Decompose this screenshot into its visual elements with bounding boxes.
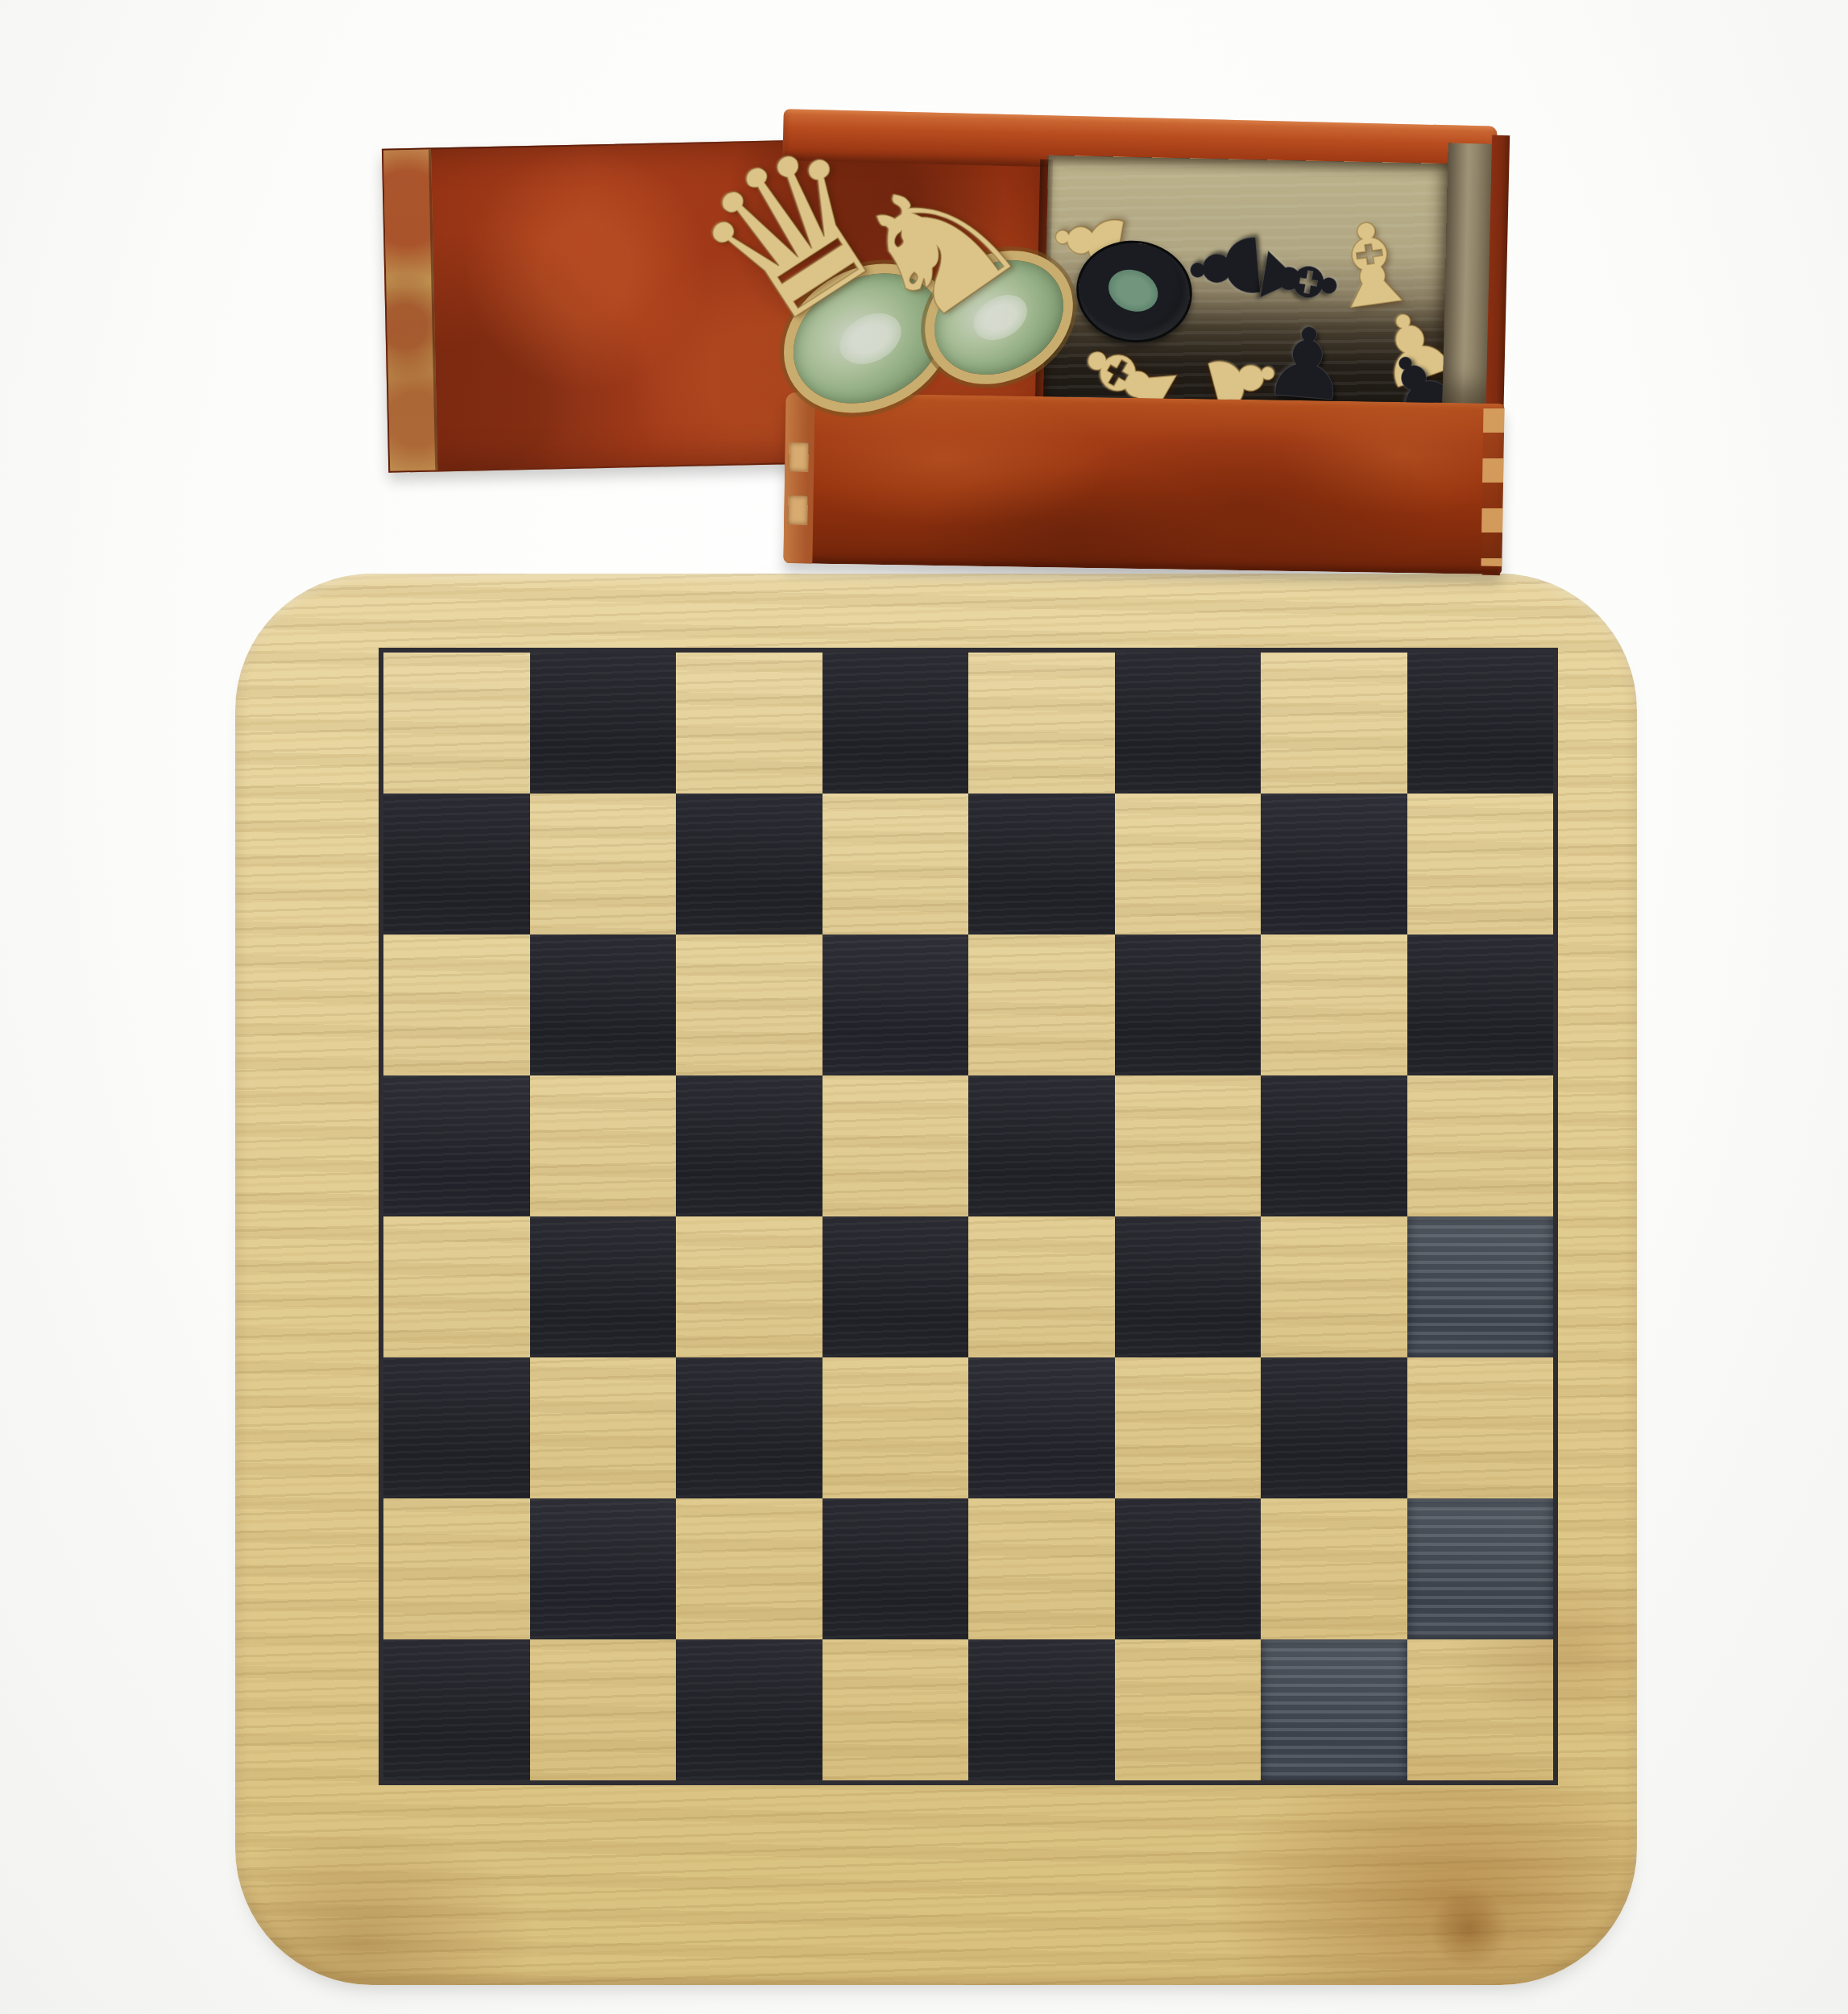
photo-scene: ♟♟♝♝♟♟♝♟♟ ♛♞ [0, 0, 1848, 2014]
lid-pieces-layer: ♛♞ [0, 0, 1848, 2014]
